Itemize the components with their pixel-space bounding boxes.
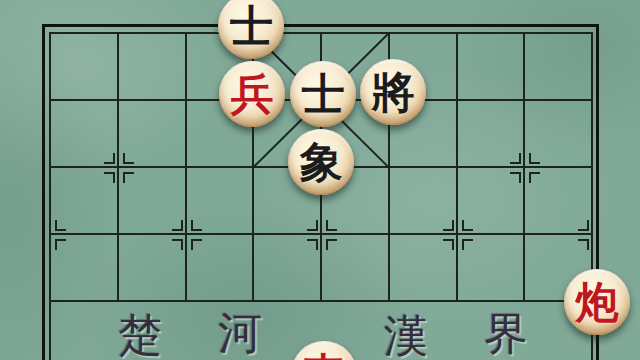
point-marker	[510, 172, 521, 183]
piece-glyph: 兵	[231, 73, 274, 116]
point-marker	[123, 172, 134, 183]
grid-vline-file-1	[117, 32, 119, 302]
point-marker	[307, 220, 318, 231]
point-marker	[172, 239, 183, 250]
piece-glyph: 將	[371, 71, 414, 114]
point-marker	[104, 172, 115, 183]
river-label: 界	[484, 313, 528, 357]
point-marker	[578, 239, 589, 250]
point-marker	[529, 153, 540, 164]
point-marker	[462, 239, 473, 250]
point-marker	[443, 220, 454, 231]
point-marker	[326, 220, 337, 231]
point-marker	[462, 220, 473, 231]
piece-glyph: 士	[302, 73, 345, 116]
grid-vline-file-7	[523, 32, 525, 302]
river-label: 河	[218, 312, 262, 356]
point-marker	[55, 220, 66, 231]
point-marker	[191, 239, 202, 250]
piece-glyph: 士	[230, 5, 273, 48]
point-marker	[443, 239, 454, 250]
xiangqi-game-screen: 楚河漢界士兵士將象炮車	[0, 0, 640, 360]
point-marker	[307, 239, 318, 250]
river-label: 楚	[118, 314, 162, 358]
point-marker	[578, 220, 589, 231]
grid-vline-file-0	[49, 32, 51, 360]
grid-vline-file-6	[456, 32, 458, 302]
grid-vline-file-2	[185, 32, 187, 302]
point-marker	[55, 239, 66, 250]
point-marker	[104, 153, 115, 164]
point-marker	[191, 220, 202, 231]
point-marker	[326, 239, 337, 250]
point-marker	[510, 153, 521, 164]
piece-red-soldier[interactable]: 兵	[219, 61, 285, 127]
piece-glyph: 炮	[576, 281, 619, 324]
piece-black-general[interactable]: 將	[360, 59, 426, 125]
piece-glyph: 象	[300, 141, 343, 184]
piece-black-advisor-b[interactable]: 士	[290, 61, 356, 127]
piece-black-elephant[interactable]: 象	[288, 129, 354, 195]
piece-red-cannon[interactable]: 炮	[564, 269, 630, 335]
point-marker	[172, 220, 183, 231]
point-marker	[529, 172, 540, 183]
piece-glyph: 車	[303, 353, 346, 360]
point-marker	[123, 153, 134, 164]
river-label: 漢	[384, 315, 428, 359]
